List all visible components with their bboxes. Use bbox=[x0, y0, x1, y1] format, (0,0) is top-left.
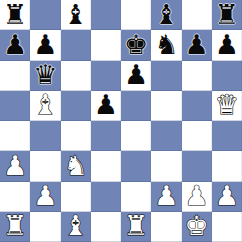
square-d4[interactable] bbox=[91, 121, 121, 151]
square-c6[interactable] bbox=[61, 61, 91, 91]
square-a2[interactable] bbox=[0, 182, 30, 212]
square-e1[interactable]: ♜ bbox=[121, 212, 151, 242]
square-b4[interactable] bbox=[30, 121, 60, 151]
square-c2[interactable] bbox=[61, 182, 91, 212]
square-a3[interactable]: ♟ bbox=[0, 151, 30, 181]
square-a6[interactable] bbox=[0, 61, 30, 91]
square-f8[interactable]: ♝ bbox=[151, 0, 181, 30]
square-c8[interactable]: ♝ bbox=[61, 0, 91, 30]
square-c4[interactable] bbox=[61, 121, 91, 151]
square-f5[interactable] bbox=[151, 91, 181, 121]
square-h4[interactable] bbox=[212, 121, 242, 151]
square-d5[interactable]: ♟ bbox=[91, 91, 121, 121]
square-b2[interactable]: ♟ bbox=[30, 182, 60, 212]
square-b5[interactable]: ♝ bbox=[30, 91, 60, 121]
piece-black-pawn[interactable]: ♟ bbox=[94, 91, 118, 118]
piece-black-king[interactable]: ♚ bbox=[124, 31, 148, 58]
piece-white-pawn[interactable]: ♟ bbox=[215, 182, 239, 209]
square-f7[interactable]: ♞ bbox=[151, 30, 181, 60]
square-h3[interactable] bbox=[212, 151, 242, 181]
piece-white-pawn[interactable]: ♟ bbox=[3, 152, 27, 179]
square-f6[interactable] bbox=[151, 61, 181, 91]
square-a1[interactable]: ♜ bbox=[0, 212, 30, 242]
piece-black-rook[interactable]: ♜ bbox=[215, 1, 239, 28]
square-b7[interactable]: ♟ bbox=[30, 30, 60, 60]
square-g8[interactable] bbox=[182, 0, 212, 30]
square-d3[interactable] bbox=[91, 151, 121, 181]
square-d8[interactable] bbox=[91, 0, 121, 30]
square-c5[interactable] bbox=[61, 91, 91, 121]
square-e2[interactable] bbox=[121, 182, 151, 212]
square-c1[interactable]: ♝ bbox=[61, 212, 91, 242]
square-b8[interactable] bbox=[30, 0, 60, 30]
piece-black-bishop[interactable]: ♝ bbox=[154, 1, 178, 28]
square-d6[interactable] bbox=[91, 61, 121, 91]
square-f3[interactable] bbox=[151, 151, 181, 181]
square-e4[interactable] bbox=[121, 121, 151, 151]
square-a8[interactable]: ♜ bbox=[0, 0, 30, 30]
piece-black-pawn[interactable]: ♟ bbox=[215, 31, 239, 58]
square-h5[interactable]: ♛ bbox=[212, 91, 242, 121]
square-d7[interactable] bbox=[91, 30, 121, 60]
piece-white-rook[interactable]: ♜ bbox=[124, 212, 148, 239]
square-a5[interactable] bbox=[0, 91, 30, 121]
square-g5[interactable] bbox=[182, 91, 212, 121]
piece-black-pawn[interactable]: ♟ bbox=[33, 31, 57, 58]
piece-white-bishop[interactable]: ♝ bbox=[33, 91, 57, 118]
square-e5[interactable] bbox=[121, 91, 151, 121]
square-d2[interactable] bbox=[91, 182, 121, 212]
square-b6[interactable]: ♛ bbox=[30, 61, 60, 91]
square-b1[interactable] bbox=[30, 212, 60, 242]
piece-white-pawn[interactable]: ♟ bbox=[185, 182, 209, 209]
square-c7[interactable] bbox=[61, 30, 91, 60]
piece-white-pawn[interactable]: ♟ bbox=[33, 182, 57, 209]
chess-board: ♜♝♝♜♟♟♚♞♟♟♛♟♝♟♛♟♞♟♟♟♟♜♝♜♚ bbox=[0, 0, 242, 242]
square-d1[interactable] bbox=[91, 212, 121, 242]
piece-black-queen[interactable]: ♛ bbox=[33, 61, 57, 88]
square-h2[interactable]: ♟ bbox=[212, 182, 242, 212]
square-f4[interactable] bbox=[151, 121, 181, 151]
square-a4[interactable] bbox=[0, 121, 30, 151]
square-g3[interactable] bbox=[182, 151, 212, 181]
square-f1[interactable] bbox=[151, 212, 181, 242]
square-h6[interactable] bbox=[212, 61, 242, 91]
piece-black-knight[interactable]: ♞ bbox=[154, 31, 178, 58]
piece-black-pawn[interactable]: ♟ bbox=[124, 61, 148, 88]
square-e6[interactable]: ♟ bbox=[121, 61, 151, 91]
square-c3[interactable]: ♞ bbox=[61, 151, 91, 181]
square-b3[interactable] bbox=[30, 151, 60, 181]
square-e8[interactable] bbox=[121, 0, 151, 30]
piece-white-knight[interactable]: ♞ bbox=[64, 152, 88, 179]
square-g6[interactable] bbox=[182, 61, 212, 91]
piece-white-bishop[interactable]: ♝ bbox=[64, 212, 88, 239]
square-h7[interactable]: ♟ bbox=[212, 30, 242, 60]
piece-white-king[interactable]: ♚ bbox=[185, 212, 209, 239]
piece-black-bishop[interactable]: ♝ bbox=[64, 1, 88, 28]
piece-black-pawn[interactable]: ♟ bbox=[3, 31, 27, 58]
piece-black-rook[interactable]: ♜ bbox=[3, 1, 27, 28]
square-a7[interactable]: ♟ bbox=[0, 30, 30, 60]
square-e3[interactable] bbox=[121, 151, 151, 181]
piece-black-pawn[interactable]: ♟ bbox=[185, 31, 209, 58]
square-g4[interactable] bbox=[182, 121, 212, 151]
square-e7[interactable]: ♚ bbox=[121, 30, 151, 60]
square-g2[interactable]: ♟ bbox=[182, 182, 212, 212]
piece-white-pawn[interactable]: ♟ bbox=[154, 182, 178, 209]
square-h1[interactable] bbox=[212, 212, 242, 242]
square-f2[interactable]: ♟ bbox=[151, 182, 181, 212]
square-g7[interactable]: ♟ bbox=[182, 30, 212, 60]
piece-white-rook[interactable]: ♜ bbox=[3, 212, 27, 239]
piece-white-queen[interactable]: ♛ bbox=[215, 91, 239, 118]
square-g1[interactable]: ♚ bbox=[182, 212, 212, 242]
square-h8[interactable]: ♜ bbox=[212, 0, 242, 30]
